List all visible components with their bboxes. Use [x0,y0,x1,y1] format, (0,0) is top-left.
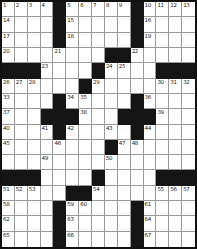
black-cell-r5c1 [2,63,15,78]
black-cell-r12c15 [182,170,195,185]
cell-r6c9[interactable] [105,79,118,94]
cell-r6c2[interactable]: 27 [15,79,28,94]
cell-r11c4[interactable]: 49 [41,155,54,170]
cell-r15c9[interactable] [105,216,118,231]
black-cell-r4c10 [118,48,131,63]
clue-number: 49 [42,155,48,161]
black-cell-r4c9 [105,48,118,63]
cell-r7c13[interactable] [156,94,169,109]
cell-r4c11[interactable]: 22 [131,48,144,63]
cell-r9c12[interactable]: 44 [144,125,157,140]
clue-number: 50 [106,155,112,161]
clue-number: 11 [157,2,163,8]
cell-r5c12[interactable] [144,63,157,78]
cell-r16c8[interactable] [92,232,105,247]
cell-r2c7[interactable] [79,17,92,32]
clue-number: 65 [3,232,9,238]
cell-r13c9[interactable] [105,186,118,201]
cell-r15c13[interactable] [156,216,169,231]
clue-number: 45 [3,140,9,146]
clue-number: 24 [106,63,112,69]
cell-r11c8[interactable] [92,155,105,170]
clue-number: 22 [132,48,138,54]
black-cell-r12c14 [169,170,182,185]
cell-r11c10[interactable] [118,155,131,170]
clue-number: 7 [93,2,96,8]
cell-r13c8[interactable]: 54 [92,186,105,201]
clue-number: 8 [106,2,109,8]
black-cell-r16c5 [53,232,66,247]
cell-r1c8[interactable]: 7 [92,2,105,17]
cell-r6c4[interactable] [41,79,54,94]
cell-r15c4[interactable] [41,216,54,231]
cell-r16c6[interactable]: 66 [66,232,79,247]
cell-r10c3[interactable] [28,140,41,155]
cell-r2c1[interactable]: 14 [2,17,15,32]
cell-r11c15[interactable] [182,155,195,170]
clue-number: 17 [3,33,9,39]
cell-r4c15[interactable] [182,48,195,63]
black-cell-r8c6 [66,109,79,124]
cell-r6c1[interactable]: 26 [2,79,15,94]
clue-number: 46 [54,140,60,146]
black-cell-r7c5 [53,94,66,109]
black-cell-r1c11 [131,2,144,17]
cell-r7c10[interactable] [118,94,131,109]
clue-number: 12 [170,2,176,8]
cell-r9c2[interactable] [15,125,28,140]
clue-number: 62 [3,216,9,222]
black-cell-r9c11 [131,125,144,140]
clue-number: 64 [145,216,151,222]
black-cell-r14c11 [131,201,144,216]
cell-r10c7[interactable] [79,140,92,155]
clue-number: 20 [3,48,9,54]
cell-r3c3[interactable] [28,33,41,48]
cell-r10c8[interactable] [92,140,105,155]
clue-number: 26 [3,79,9,85]
clue-number: 2 [16,2,19,8]
cell-r7c9[interactable] [105,94,118,109]
clue-number: 35 [80,94,86,100]
cell-r9c13[interactable] [156,125,169,140]
clue-number: 47 [119,140,125,146]
cell-r8c8[interactable] [92,109,105,124]
cell-r7c15[interactable] [182,94,195,109]
cell-r14c7[interactable]: 60 [79,201,92,216]
cell-r8c1[interactable]: 37 [2,109,15,124]
cell-r6c12[interactable] [144,79,157,94]
cell-r9c1[interactable]: 40 [2,125,15,140]
cell-r16c1[interactable]: 65 [2,232,15,247]
clue-number: 32 [183,79,189,85]
cell-r7c12[interactable]: 36 [144,94,157,109]
cell-r11c12[interactable] [144,155,157,170]
cell-r11c9[interactable]: 50 [105,155,118,170]
cell-r10c2[interactable] [15,140,28,155]
cell-r4c12[interactable] [144,48,157,63]
clue-number: 18 [67,33,73,39]
cell-r3c15[interactable] [182,33,195,48]
cell-r4c2[interactable] [15,48,28,63]
cell-r4c5[interactable]: 21 [53,48,66,63]
cell-r6c15[interactable]: 32 [182,79,195,94]
clue-number: 15 [67,17,73,23]
clue-number: 27 [16,79,22,85]
cell-r15c1[interactable]: 62 [2,216,15,231]
black-cell-r16c11 [131,232,144,247]
cell-r1c10[interactable]: 9 [118,2,131,17]
cell-r1c12[interactable]: 10 [144,2,157,17]
cell-r8c14[interactable] [169,109,182,124]
clue-number: 19 [145,33,151,39]
cell-r9c3[interactable] [28,125,41,140]
clue-number: 1 [3,2,6,8]
black-cell-r8c11 [131,109,144,124]
cell-r6c8[interactable]: 29 [92,79,105,94]
cell-r11c5[interactable] [53,155,66,170]
crossword-board: 1234567891011121314151617181920212223242… [0,0,197,249]
clue-number: 57 [183,186,189,192]
cell-r14c3[interactable] [28,201,41,216]
clue-number: 9 [119,2,122,8]
cell-r10c13[interactable] [156,140,169,155]
cell-r10c11[interactable]: 48 [131,140,144,155]
black-cell-r8c12 [144,109,157,124]
clue-number: 34 [67,94,73,100]
clue-number: 16 [145,17,151,23]
black-cell-r12c2 [15,170,28,185]
cell-r8c3[interactable] [28,109,41,124]
cell-r7c4[interactable] [41,94,54,109]
cell-r10c5[interactable]: 46 [53,140,66,155]
cell-r12c11[interactable] [131,170,144,185]
cell-r14c13[interactable] [156,201,169,216]
cell-r11c3[interactable] [28,155,41,170]
cell-r5c6[interactable] [66,63,79,78]
black-cell-r10c9 [105,140,118,155]
cell-r1c3[interactable]: 3 [28,2,41,17]
cell-r6c3[interactable]: 28 [28,79,41,94]
clue-number: 48 [132,140,138,146]
black-cell-r5c14 [169,63,182,78]
cell-r15c15[interactable] [182,216,195,231]
cell-r3c10[interactable] [118,33,131,48]
cell-r13c11[interactable] [131,186,144,201]
cell-r1c2[interactable]: 2 [15,2,28,17]
clue-number: 54 [93,186,99,192]
cell-r6c10[interactable] [118,79,131,94]
cell-r11c2[interactable] [15,155,28,170]
cell-r6c13[interactable]: 30 [156,79,169,94]
cell-r1c1[interactable]: 1 [2,2,15,17]
clue-number: 13 [183,2,189,8]
cell-r14c10[interactable] [118,201,131,216]
cell-r7c8[interactable] [92,94,105,109]
cell-r11c13[interactable] [156,155,169,170]
cell-r1c13[interactable]: 11 [156,2,169,17]
black-cell-r2c5 [53,17,66,32]
cell-r9c14[interactable] [169,125,182,140]
cell-r11c6[interactable] [66,155,79,170]
cell-r4c7[interactable] [79,48,92,63]
clue-number: 67 [145,232,151,238]
cell-r6c11[interactable] [131,79,144,94]
clue-number: 38 [80,109,86,115]
cell-r1c15[interactable]: 13 [182,2,195,17]
cell-r9c8[interactable] [92,125,105,140]
clue-number: 37 [3,109,9,115]
cell-r9c6[interactable]: 42 [66,125,79,140]
cell-r15c7[interactable] [79,216,92,231]
cell-r15c14[interactable] [169,216,182,231]
cell-r3c13[interactable] [156,33,169,48]
cell-r8c9[interactable] [105,109,118,124]
black-cell-r2c11 [131,17,144,32]
black-cell-r5c13 [156,63,169,78]
cell-r11c7[interactable] [79,155,92,170]
cell-r7c14[interactable] [169,94,182,109]
cell-r15c2[interactable] [15,216,28,231]
cell-r1c9[interactable]: 8 [105,2,118,17]
black-cell-r5c3 [28,63,41,78]
cell-r12c9[interactable] [105,170,118,185]
cell-r2c9[interactable] [105,17,118,32]
cell-r16c15[interactable] [182,232,195,247]
black-cell-r8c10 [118,109,131,124]
cell-r1c7[interactable]: 6 [79,2,92,17]
clue-number: 58 [3,201,9,207]
cell-r15c3[interactable] [28,216,41,231]
cell-r14c8[interactable] [92,201,105,216]
cell-r14c6[interactable]: 59 [66,201,79,216]
cell-r3c8[interactable] [92,33,105,48]
black-cell-r7c11 [131,94,144,109]
black-cell-r12c13 [156,170,169,185]
black-cell-r13c6 [66,186,79,201]
cell-r16c2[interactable] [15,232,28,247]
clue-number: 66 [67,232,73,238]
cell-r13c13[interactable]: 55 [156,186,169,201]
cell-r10c1[interactable]: 45 [2,140,15,155]
black-cell-r13c7 [79,186,92,201]
clue-number: 60 [80,201,86,207]
cell-r4c3[interactable] [28,48,41,63]
cell-r9c9[interactable]: 43 [105,125,118,140]
cell-r6c6[interactable] [66,79,79,94]
cell-r16c10[interactable] [118,232,131,247]
cell-r2c15[interactable] [182,17,195,32]
clue-number: 43 [106,125,112,131]
clue-number: 63 [67,216,73,222]
cell-r3c12[interactable]: 19 [144,33,157,48]
cell-r3c9[interactable] [105,33,118,48]
cell-r15c8[interactable] [92,216,105,231]
cell-r4c4[interactable] [41,48,54,63]
black-cell-r8c5 [53,109,66,124]
black-cell-r9c5 [53,125,66,140]
black-cell-r12c8 [92,170,105,185]
cell-r12c10[interactable] [118,170,131,185]
clue-number: 42 [67,125,73,131]
cell-r5c10[interactable]: 25 [118,63,131,78]
cell-r16c14[interactable] [169,232,182,247]
cell-r6c5[interactable] [53,79,66,94]
black-cell-r3c11 [131,33,144,48]
cell-r13c10[interactable] [118,186,131,201]
clue-number: 23 [42,63,48,69]
cell-r5c4[interactable]: 23 [41,63,54,78]
clue-number: 28 [29,79,35,85]
cell-r4c8[interactable] [92,48,105,63]
cell-r3c14[interactable] [169,33,182,48]
cell-r2c13[interactable] [156,17,169,32]
clue-number: 44 [145,125,151,131]
cell-r10c12[interactable] [144,140,157,155]
cell-r2c12[interactable]: 16 [144,17,157,32]
cell-r12c4[interactable] [41,170,54,185]
cell-r1c6[interactable]: 5 [66,2,79,17]
cell-r14c15[interactable] [182,201,195,216]
clue-number: 53 [29,186,35,192]
cell-r13c14[interactable]: 56 [169,186,182,201]
cell-r8c2[interactable] [15,109,28,124]
black-cell-r5c15 [182,63,195,78]
cell-r5c9[interactable]: 24 [105,63,118,78]
black-cell-r15c5 [53,216,66,231]
cell-r7c6[interactable]: 34 [66,94,79,109]
cell-r3c6[interactable]: 18 [66,33,79,48]
cell-r10c6[interactable] [66,140,79,155]
cell-r13c5[interactable] [53,186,66,201]
cell-r14c1[interactable]: 58 [2,201,15,216]
clue-number: 10 [145,2,151,8]
cell-r13c4[interactable] [41,186,54,201]
cell-r3c4[interactable] [41,33,54,48]
cell-r9c15[interactable] [182,125,195,140]
cell-r16c9[interactable] [105,232,118,247]
black-cell-r5c8 [92,63,105,78]
cell-r10c14[interactable] [169,140,182,155]
cell-r5c7[interactable] [79,63,92,78]
cell-r2c8[interactable] [92,17,105,32]
black-cell-r3c5 [53,33,66,48]
cell-r14c14[interactable] [169,201,182,216]
cell-r12c12[interactable] [144,170,157,185]
black-cell-r6c7 [79,79,92,94]
cell-r15c6[interactable]: 63 [66,216,79,231]
cell-r13c1[interactable]: 51 [2,186,15,201]
cell-r4c14[interactable] [169,48,182,63]
cell-r12c6[interactable] [66,170,79,185]
cell-r7c3[interactable] [28,94,41,109]
clue-number: 36 [145,94,151,100]
cell-r12c5[interactable] [53,170,66,185]
clue-number: 59 [67,201,73,207]
cell-r10c4[interactable] [41,140,54,155]
clue-number: 33 [3,94,9,100]
cell-r13c12[interactable] [144,186,157,201]
cell-r4c13[interactable] [156,48,169,63]
crossword-puzzle: 1234567891011121314151617181920212223242… [0,0,197,249]
cell-r8c7[interactable]: 38 [79,109,92,124]
cell-r14c9[interactable] [105,201,118,216]
cell-r11c11[interactable] [131,155,144,170]
clue-number: 25 [119,63,125,69]
cell-r9c4[interactable]: 41 [41,125,54,140]
black-cell-r5c2 [15,63,28,78]
cell-r8c15[interactable] [182,109,195,124]
cell-r16c3[interactable] [28,232,41,247]
clue-number: 14 [3,17,9,23]
cell-r10c15[interactable] [182,140,195,155]
cell-r11c14[interactable] [169,155,182,170]
cell-r8c13[interactable]: 39 [156,109,169,124]
black-cell-r14c5 [53,201,66,216]
cell-r3c7[interactable] [79,33,92,48]
cell-r2c3[interactable] [28,17,41,32]
cell-r15c10[interactable] [118,216,131,231]
cell-r16c4[interactable] [41,232,54,247]
cell-r7c7[interactable]: 35 [79,94,92,109]
cell-r10c10[interactable]: 47 [118,140,131,155]
black-cell-r15c11 [131,216,144,231]
clue-number: 39 [157,109,163,115]
cell-r6c14[interactable]: 31 [169,79,182,94]
cell-r2c14[interactable] [169,17,182,32]
cell-r12c7[interactable] [79,170,92,185]
clue-number: 6 [80,2,83,8]
cell-r2c2[interactable] [15,17,28,32]
cell-r14c4[interactable] [41,201,54,216]
cell-r16c7[interactable] [79,232,92,247]
cell-r5c5[interactable] [53,63,66,78]
cell-r15c12[interactable]: 64 [144,216,157,231]
clue-number: 21 [54,48,60,54]
cell-r2c6[interactable]: 15 [66,17,79,32]
cell-r11c1[interactable] [2,155,15,170]
clue-number: 3 [29,2,32,8]
cell-r9c10[interactable] [118,125,131,140]
cell-r14c12[interactable]: 61 [144,201,157,216]
cell-r13c15[interactable]: 57 [182,186,195,201]
cell-r3c2[interactable] [15,33,28,48]
cell-r13c2[interactable]: 52 [15,186,28,201]
cell-r3c1[interactable]: 17 [2,33,15,48]
cell-r1c4[interactable]: 4 [41,2,54,17]
clue-number: 5 [67,2,70,8]
cell-r16c12[interactable]: 67 [144,232,157,247]
cell-r1c14[interactable]: 12 [169,2,182,17]
clue-number: 61 [145,201,151,207]
cell-r2c10[interactable] [118,17,131,32]
cell-r4c6[interactable] [66,48,79,63]
cell-r7c2[interactable] [15,94,28,109]
cell-r13c3[interactable]: 53 [28,186,41,201]
clue-number: 51 [3,186,9,192]
cell-r5c11[interactable] [131,63,144,78]
cell-r2c4[interactable] [41,17,54,32]
cell-r4c1[interactable]: 20 [2,48,15,63]
clue-number: 31 [170,79,176,85]
cell-r7c1[interactable]: 33 [2,94,15,109]
clue-number: 30 [157,79,163,85]
black-cell-r12c3 [28,170,41,185]
cell-r16c13[interactable] [156,232,169,247]
clue-number: 56 [170,186,176,192]
cell-r14c2[interactable] [15,201,28,216]
cell-r9c7[interactable] [79,125,92,140]
